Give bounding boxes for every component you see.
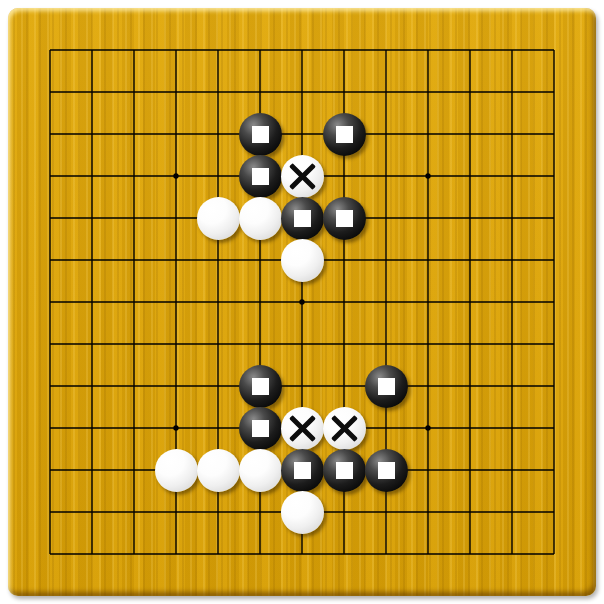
intersection-D7[interactable] (155, 281, 197, 323)
intersection-D9[interactable] (155, 197, 197, 239)
intersection-D13[interactable] (155, 29, 197, 71)
square-mark (294, 210, 311, 227)
intersection-E11[interactable] (197, 113, 239, 155)
intersection-C3[interactable] (113, 449, 155, 491)
intersection-F13[interactable] (239, 29, 281, 71)
black-stone-H11 (323, 113, 366, 156)
intersection-F11[interactable] (239, 113, 281, 155)
intersection-G5[interactable] (281, 365, 323, 407)
intersection-B13[interactable] (71, 29, 113, 71)
intersection-E13[interactable] (197, 29, 239, 71)
intersection-H12[interactable] (323, 71, 365, 113)
intersection-N10[interactable] (533, 155, 575, 197)
intersection-E7[interactable] (197, 281, 239, 323)
intersection-G6[interactable] (281, 323, 323, 365)
intersection-F5[interactable] (239, 365, 281, 407)
intersection-N4[interactable] (533, 407, 575, 449)
intersection-M3[interactable] (491, 449, 533, 491)
intersection-E1[interactable] (197, 533, 239, 575)
intersection-B12[interactable] (71, 71, 113, 113)
intersection-F2[interactable] (239, 491, 281, 533)
intersection-D12[interactable] (155, 71, 197, 113)
intersection-N3[interactable] (533, 449, 575, 491)
intersection-A1[interactable] (29, 533, 71, 575)
intersection-F7[interactable] (239, 281, 281, 323)
black-stone-H3 (323, 449, 366, 492)
intersection-E10[interactable] (197, 155, 239, 197)
square-mark (252, 168, 269, 185)
intersection-B1[interactable] (71, 533, 113, 575)
intersection-H11[interactable] (323, 113, 365, 155)
intersection-L12[interactable] (449, 71, 491, 113)
intersection-H6[interactable] (323, 323, 365, 365)
intersection-A8[interactable] (29, 239, 71, 281)
white-stone-H4 (323, 407, 366, 450)
intersection-N6[interactable] (533, 323, 575, 365)
intersection-L4[interactable] (449, 407, 491, 449)
black-stone-H9 (323, 197, 366, 240)
intersection-D1[interactable] (155, 533, 197, 575)
intersection-A3[interactable] (29, 449, 71, 491)
intersection-C12[interactable] (113, 71, 155, 113)
intersection-J1[interactable] (365, 533, 407, 575)
intersection-M10[interactable] (491, 155, 533, 197)
intersection-L11[interactable] (449, 113, 491, 155)
black-stone-F10 (239, 155, 282, 198)
square-mark (252, 126, 269, 143)
intersection-A9[interactable] (29, 197, 71, 239)
intersection-K8[interactable] (407, 239, 449, 281)
intersection-N8[interactable] (533, 239, 575, 281)
white-stone-G10 (281, 155, 324, 198)
black-stone-F4 (239, 407, 282, 450)
intersection-M11[interactable] (491, 113, 533, 155)
intersection-J9[interactable] (365, 197, 407, 239)
intersection-F8[interactable] (239, 239, 281, 281)
intersection-B2[interactable] (71, 491, 113, 533)
intersection-A13[interactable] (29, 29, 71, 71)
intersection-N9[interactable] (533, 197, 575, 239)
intersection-E3[interactable] (197, 449, 239, 491)
square-mark (336, 462, 353, 479)
intersection-C2[interactable] (113, 491, 155, 533)
white-stone-D3 (155, 449, 198, 492)
intersection-M12[interactable] (491, 71, 533, 113)
intersection-N2[interactable] (533, 491, 575, 533)
intersection-L10[interactable] (449, 155, 491, 197)
intersection-B11[interactable] (71, 113, 113, 155)
board-intersections (29, 29, 575, 575)
intersection-C6[interactable] (113, 323, 155, 365)
intersection-E8[interactable] (197, 239, 239, 281)
intersection-N5[interactable] (533, 365, 575, 407)
intersection-E9[interactable] (197, 197, 239, 239)
intersection-M13[interactable] (491, 29, 533, 71)
intersection-N7[interactable] (533, 281, 575, 323)
intersection-G12[interactable] (281, 71, 323, 113)
intersection-D10[interactable] (155, 155, 197, 197)
intersection-A12[interactable] (29, 71, 71, 113)
intersection-D11[interactable] (155, 113, 197, 155)
intersection-C7[interactable] (113, 281, 155, 323)
intersection-G9[interactable] (281, 197, 323, 239)
intersection-G11[interactable] (281, 113, 323, 155)
intersection-N11[interactable] (533, 113, 575, 155)
intersection-D3[interactable] (155, 449, 197, 491)
intersection-D2[interactable] (155, 491, 197, 533)
intersection-M8[interactable] (491, 239, 533, 281)
intersection-A2[interactable] (29, 491, 71, 533)
intersection-J12[interactable] (365, 71, 407, 113)
intersection-K6[interactable] (407, 323, 449, 365)
intersection-A4[interactable] (29, 407, 71, 449)
intersection-H4[interactable] (323, 407, 365, 449)
square-mark (336, 210, 353, 227)
intersection-K1[interactable] (407, 533, 449, 575)
intersection-N12[interactable] (533, 71, 575, 113)
white-stone-E3 (197, 449, 240, 492)
white-stone-G2 (281, 491, 324, 534)
intersection-K5[interactable] (407, 365, 449, 407)
square-mark (336, 126, 353, 143)
intersection-M6[interactable] (491, 323, 533, 365)
intersection-C8[interactable] (113, 239, 155, 281)
intersection-H10[interactable] (323, 155, 365, 197)
intersection-H5[interactable] (323, 365, 365, 407)
intersection-G3[interactable] (281, 449, 323, 491)
intersection-K3[interactable] (407, 449, 449, 491)
intersection-J5[interactable] (365, 365, 407, 407)
intersection-C9[interactable] (113, 197, 155, 239)
intersection-J4[interactable] (365, 407, 407, 449)
intersection-G7[interactable] (281, 281, 323, 323)
intersection-J7[interactable] (365, 281, 407, 323)
intersection-K9[interactable] (407, 197, 449, 239)
intersection-M4[interactable] (491, 407, 533, 449)
intersection-L13[interactable] (449, 29, 491, 71)
intersection-H2[interactable] (323, 491, 365, 533)
intersection-K12[interactable] (407, 71, 449, 113)
intersection-H9[interactable] (323, 197, 365, 239)
intersection-D6[interactable] (155, 323, 197, 365)
intersection-K10[interactable] (407, 155, 449, 197)
intersection-F6[interactable] (239, 323, 281, 365)
intersection-B8[interactable] (71, 239, 113, 281)
intersection-J8[interactable] (365, 239, 407, 281)
intersection-N13[interactable] (533, 29, 575, 71)
black-stone-F11 (239, 113, 282, 156)
intersection-K2[interactable] (407, 491, 449, 533)
intersection-A11[interactable] (29, 113, 71, 155)
intersection-E12[interactable] (197, 71, 239, 113)
intersection-B6[interactable] (71, 323, 113, 365)
intersection-E5[interactable] (197, 365, 239, 407)
intersection-J3[interactable] (365, 449, 407, 491)
intersection-A6[interactable] (29, 323, 71, 365)
intersection-A5[interactable] (29, 365, 71, 407)
intersection-C11[interactable] (113, 113, 155, 155)
intersection-J6[interactable] (365, 323, 407, 365)
intersection-M9[interactable] (491, 197, 533, 239)
intersection-L2[interactable] (449, 491, 491, 533)
intersection-C13[interactable] (113, 29, 155, 71)
cross-mark (323, 407, 366, 450)
white-stone-F3 (239, 449, 282, 492)
intersection-M1[interactable] (491, 533, 533, 575)
intersection-L8[interactable] (449, 239, 491, 281)
intersection-B9[interactable] (71, 197, 113, 239)
intersection-G10[interactable] (281, 155, 323, 197)
intersection-B10[interactable] (71, 155, 113, 197)
intersection-D4[interactable] (155, 407, 197, 449)
intersection-J13[interactable] (365, 29, 407, 71)
square-mark (252, 378, 269, 395)
intersection-J2[interactable] (365, 491, 407, 533)
intersection-B3[interactable] (71, 449, 113, 491)
intersection-G1[interactable] (281, 533, 323, 575)
intersection-B7[interactable] (71, 281, 113, 323)
intersection-D5[interactable] (155, 365, 197, 407)
intersection-A10[interactable] (29, 155, 71, 197)
intersection-A7[interactable] (29, 281, 71, 323)
intersection-D8[interactable] (155, 239, 197, 281)
intersection-G8[interactable] (281, 239, 323, 281)
intersection-B4[interactable] (71, 407, 113, 449)
intersection-G13[interactable] (281, 29, 323, 71)
intersection-L3[interactable] (449, 449, 491, 491)
intersection-M5[interactable] (491, 365, 533, 407)
square-mark (294, 462, 311, 479)
intersection-C1[interactable] (113, 533, 155, 575)
black-stone-F5 (239, 365, 282, 408)
intersection-K13[interactable] (407, 29, 449, 71)
white-stone-E9 (197, 197, 240, 240)
go-board (8, 8, 596, 596)
cross-mark (281, 407, 324, 450)
black-stone-J3 (365, 449, 408, 492)
intersection-C4[interactable] (113, 407, 155, 449)
black-stone-G9 (281, 197, 324, 240)
intersection-J11[interactable] (365, 113, 407, 155)
black-stone-J5 (365, 365, 408, 408)
square-mark (252, 420, 269, 437)
intersection-H3[interactable] (323, 449, 365, 491)
intersection-L7[interactable] (449, 281, 491, 323)
intersection-K4[interactable] (407, 407, 449, 449)
intersection-J10[interactable] (365, 155, 407, 197)
intersection-K11[interactable] (407, 113, 449, 155)
intersection-H1[interactable] (323, 533, 365, 575)
intersection-L9[interactable] (449, 197, 491, 239)
white-stone-G8 (281, 239, 324, 282)
intersection-F10[interactable] (239, 155, 281, 197)
intersection-M7[interactable] (491, 281, 533, 323)
intersection-L5[interactable] (449, 365, 491, 407)
intersection-L6[interactable] (449, 323, 491, 365)
intersection-L1[interactable] (449, 533, 491, 575)
intersection-M2[interactable] (491, 491, 533, 533)
page (0, 0, 604, 604)
intersection-F1[interactable] (239, 533, 281, 575)
intersection-H8[interactable] (323, 239, 365, 281)
intersection-F4[interactable] (239, 407, 281, 449)
black-stone-G3 (281, 449, 324, 492)
intersection-C10[interactable] (113, 155, 155, 197)
intersection-E4[interactable] (197, 407, 239, 449)
intersection-N1[interactable] (533, 533, 575, 575)
white-stone-F9 (239, 197, 282, 240)
square-mark (378, 462, 395, 479)
intersection-F12[interactable] (239, 71, 281, 113)
intersection-C5[interactable] (113, 365, 155, 407)
white-stone-G4 (281, 407, 324, 450)
intersection-K7[interactable] (407, 281, 449, 323)
square-mark (378, 378, 395, 395)
intersection-G4[interactable] (281, 407, 323, 449)
cross-mark (281, 155, 324, 198)
intersection-H7[interactable] (323, 281, 365, 323)
intersection-F9[interactable] (239, 197, 281, 239)
intersection-G2[interactable] (281, 491, 323, 533)
intersection-E2[interactable] (197, 491, 239, 533)
intersection-B5[interactable] (71, 365, 113, 407)
intersection-F3[interactable] (239, 449, 281, 491)
intersection-H13[interactable] (323, 29, 365, 71)
intersection-E6[interactable] (197, 323, 239, 365)
